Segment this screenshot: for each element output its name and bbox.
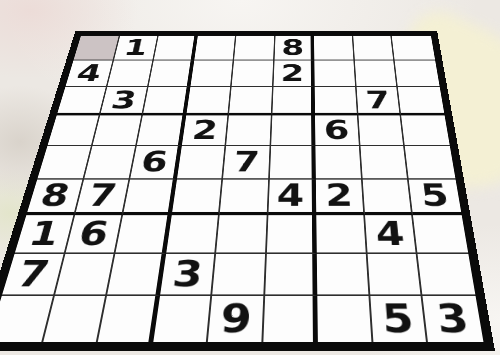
cell-r4c4[interactable]: 2 — [181, 116, 229, 147]
cell-r2c9[interactable] — [395, 61, 440, 88]
cell-r3c2[interactable]: 3 — [100, 87, 149, 115]
cell-r1c8[interactable] — [353, 36, 395, 61]
sudoku-board: 18423726678742516473953 — [0, 31, 495, 351]
cell-r9c3[interactable] — [98, 296, 160, 342]
cell-r1c9[interactable] — [392, 36, 435, 61]
cell-r6c8[interactable] — [363, 179, 414, 215]
cell-r4c3[interactable] — [137, 116, 186, 147]
cell-r9c2[interactable] — [43, 296, 107, 342]
cell-r7c8[interactable]: 4 — [365, 215, 418, 254]
cell-r7c9[interactable] — [413, 215, 468, 254]
cell-r6c2[interactable]: 7 — [75, 179, 130, 215]
cell-r7c4[interactable] — [166, 215, 220, 254]
cell-r1c6[interactable]: 8 — [274, 36, 314, 61]
cell-r6c5[interactable] — [220, 179, 270, 215]
cell-r5c2[interactable] — [84, 146, 137, 179]
cell-r5c8[interactable] — [360, 146, 409, 179]
cell-r1c4[interactable] — [194, 36, 237, 61]
cell-r9c4[interactable] — [153, 296, 212, 342]
cell-r4c5[interactable] — [226, 116, 272, 147]
cell-r1c1[interactable] — [73, 36, 119, 61]
cell-r4c7[interactable]: 6 — [315, 116, 360, 147]
cell-r3c9[interactable] — [398, 87, 444, 115]
cell-r8c2[interactable] — [54, 254, 115, 296]
cell-r7c3[interactable] — [115, 215, 171, 254]
cell-r8c8[interactable] — [367, 254, 422, 296]
cell-r1c5[interactable] — [234, 36, 275, 61]
cell-r5c9[interactable] — [405, 146, 455, 179]
screenshot-root: 18423726678742516473953 — [0, 0, 500, 355]
cell-r8c5[interactable] — [212, 254, 266, 296]
cell-r2c2[interactable] — [107, 61, 154, 88]
cell-r2c1[interactable]: 4 — [65, 61, 113, 88]
cell-r2c4[interactable] — [190, 61, 234, 88]
cell-r3c5[interactable] — [229, 87, 273, 115]
cell-r8c9[interactable] — [418, 254, 476, 296]
cell-r2c6[interactable]: 2 — [273, 61, 315, 88]
cell-r7c5[interactable] — [216, 215, 268, 254]
cell-r1c2[interactable]: 1 — [114, 36, 159, 61]
cell-r1c7[interactable] — [314, 36, 355, 61]
cell-r3c3[interactable] — [143, 87, 190, 115]
cell-r5c6[interactable] — [270, 146, 316, 179]
cell-r6c6[interactable]: 4 — [268, 179, 316, 215]
cell-r3c7[interactable] — [315, 87, 358, 115]
cell-r9c5[interactable]: 9 — [208, 296, 265, 342]
cell-r4c6[interactable] — [271, 116, 316, 147]
cell-r8c3[interactable] — [107, 254, 166, 296]
board-perspective-wrapper: 18423726678742516473953 — [0, 0, 500, 351]
cell-r6c3[interactable] — [123, 179, 177, 215]
cell-r2c5[interactable] — [232, 61, 275, 88]
sudoku-grid: 18423726678742516473953 — [0, 31, 495, 351]
cell-r8c6[interactable] — [265, 254, 318, 296]
cell-r4c2[interactable] — [92, 116, 143, 147]
cell-r2c7[interactable] — [315, 61, 357, 88]
cell-r6c9[interactable]: 5 — [409, 179, 462, 215]
cell-r8c4[interactable]: 3 — [160, 254, 217, 296]
cell-r1c3[interactable] — [154, 36, 198, 61]
cell-r7c2[interactable]: 6 — [65, 215, 123, 254]
cell-r4c1[interactable] — [47, 116, 99, 147]
cell-r4c9[interactable] — [402, 116, 450, 147]
cell-r7c7[interactable] — [317, 215, 368, 254]
cell-r5c5[interactable]: 7 — [223, 146, 271, 179]
cell-r9c6[interactable] — [263, 296, 318, 342]
cell-r6c7[interactable]: 2 — [316, 179, 365, 215]
cell-r4c8[interactable] — [358, 116, 405, 147]
cell-r6c4[interactable] — [171, 179, 223, 215]
cell-r2c8[interactable] — [355, 61, 398, 88]
cell-r7c6[interactable] — [267, 215, 317, 254]
cell-r9c9[interactable]: 3 — [423, 296, 484, 342]
cell-r3c6[interactable] — [272, 87, 315, 115]
cell-r3c8[interactable]: 7 — [357, 87, 402, 115]
cell-r9c8[interactable]: 5 — [370, 296, 428, 342]
cell-r5c7[interactable] — [316, 146, 363, 179]
cell-r5c3[interactable]: 6 — [130, 146, 181, 179]
cell-r5c4[interactable] — [177, 146, 227, 179]
cell-r9c7[interactable] — [318, 296, 374, 342]
cell-r8c7[interactable] — [317, 254, 370, 296]
cell-r3c4[interactable] — [186, 87, 232, 115]
cell-r2c3[interactable] — [149, 61, 194, 88]
cell-r3c1[interactable] — [57, 87, 107, 115]
